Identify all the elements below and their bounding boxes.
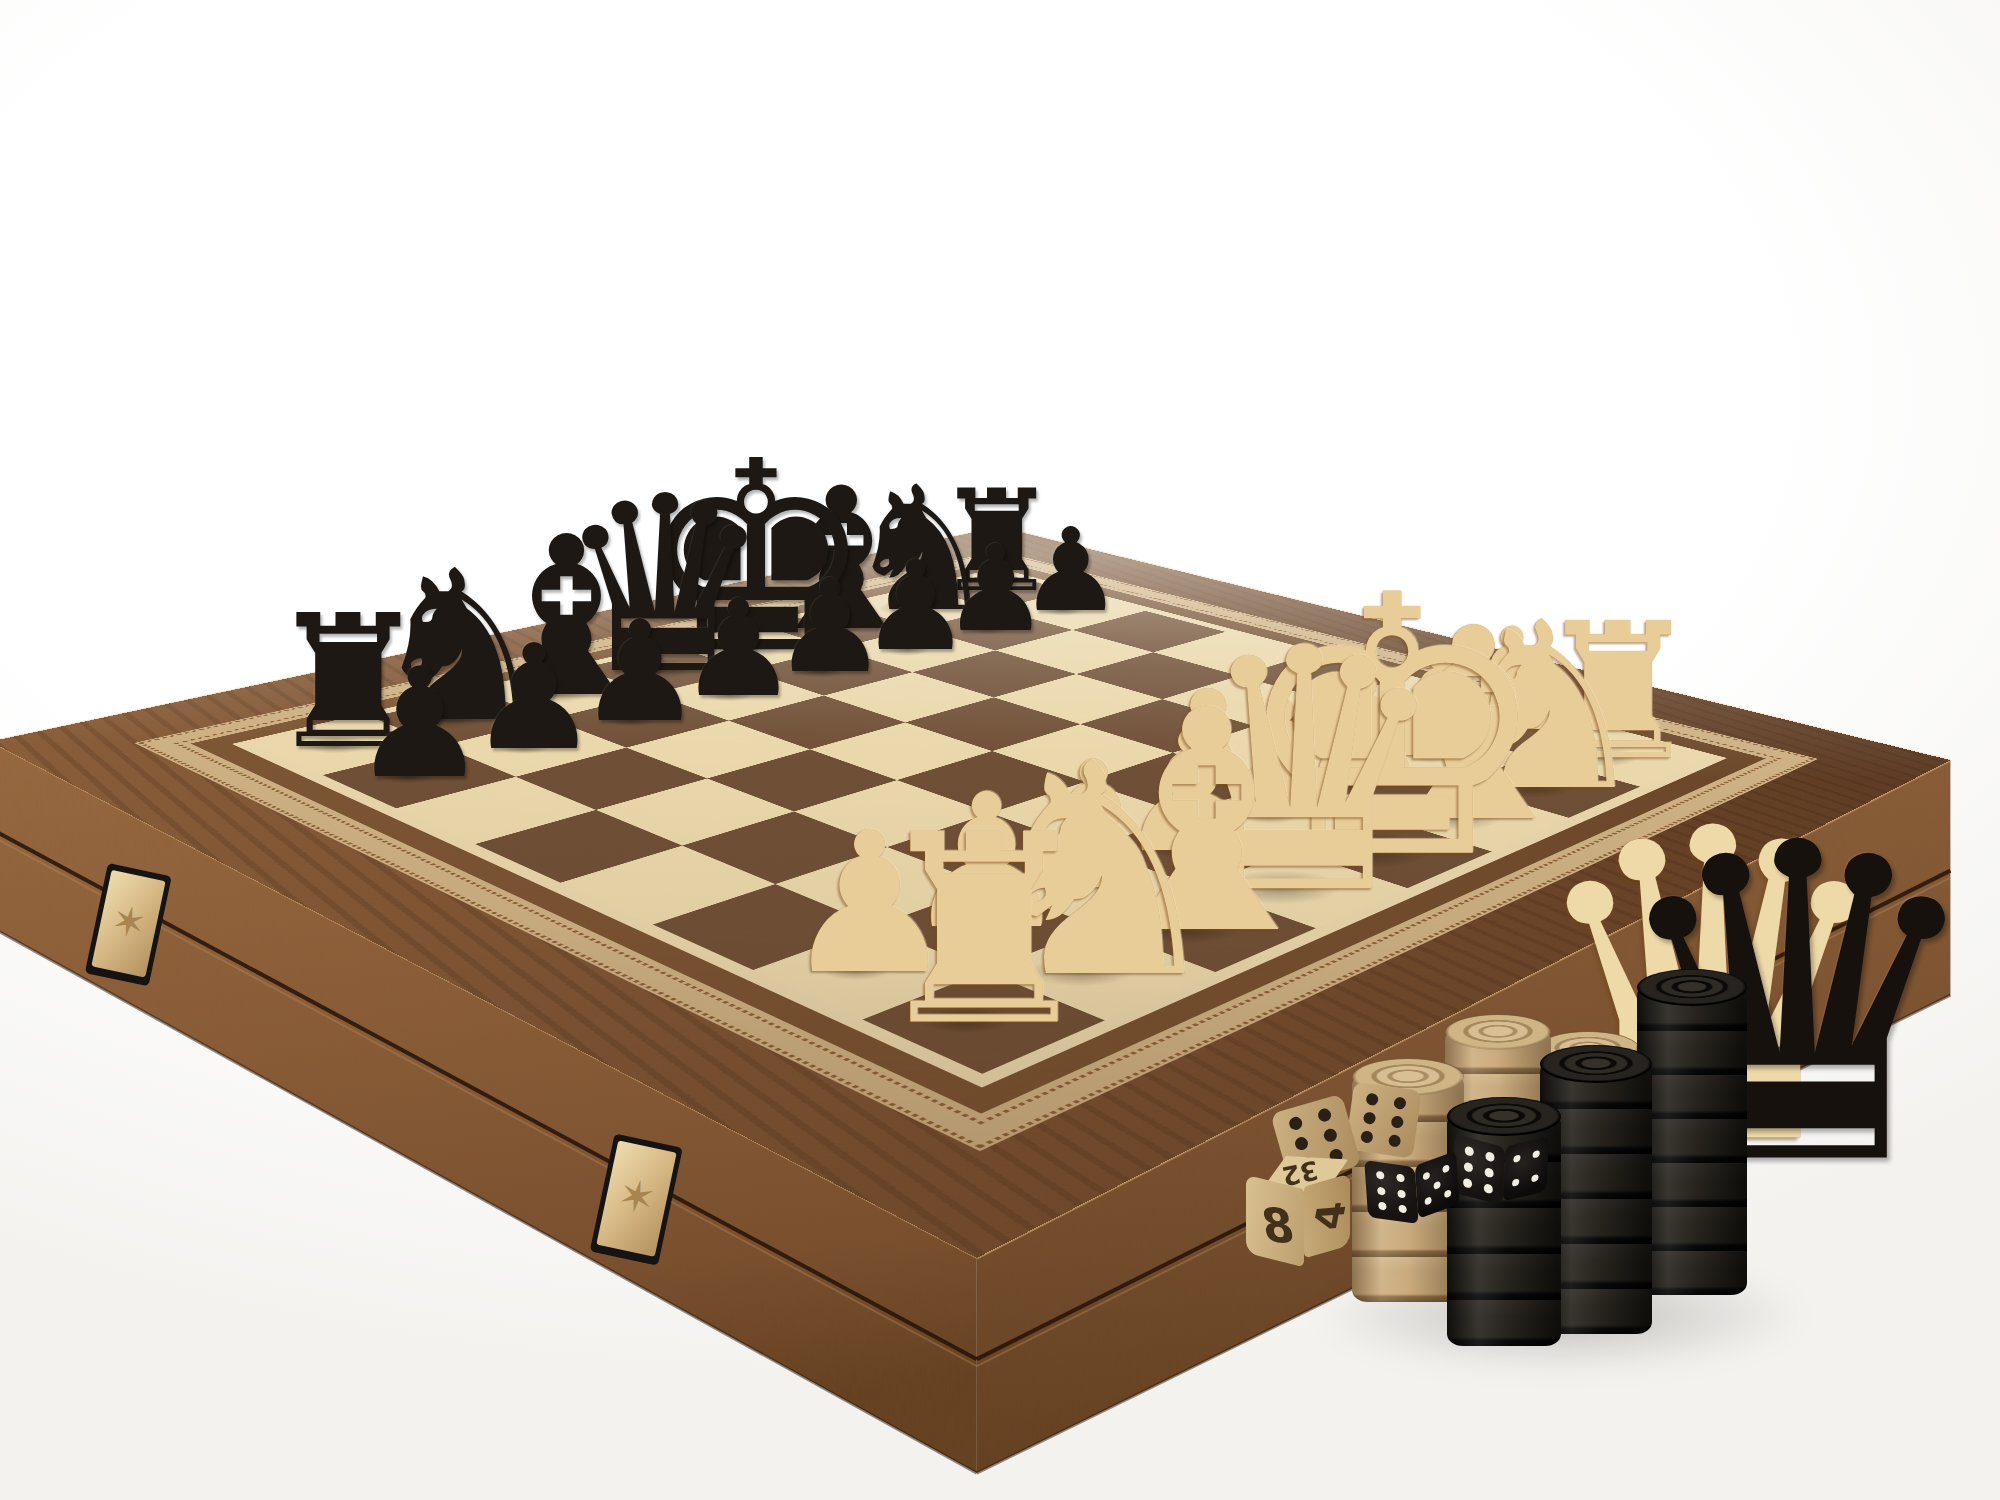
die-pip <box>1483 1183 1492 1194</box>
die-pip <box>1531 1174 1538 1183</box>
die-pip <box>1513 1155 1520 1164</box>
die-pip <box>1378 1202 1387 1211</box>
black-die <box>1364 1151 1464 1277</box>
black-die <box>1449 1132 1549 1259</box>
doubling-cube-left-face: 8 <box>1246 1175 1304 1267</box>
die-pip <box>1464 1162 1473 1173</box>
die-pip <box>1444 1189 1451 1198</box>
checker-stack-top-disc <box>1445 1014 1551 1050</box>
die-pip <box>1532 1150 1539 1159</box>
doubling-cube: 32 8 4 <box>1246 1156 1350 1288</box>
die-pip <box>1363 1111 1377 1125</box>
black-pawn-b7[interactable]: ♟ <box>469 625 599 770</box>
die-pip <box>1393 1096 1407 1110</box>
die-pip <box>1387 1134 1401 1148</box>
die-pip <box>1316 1107 1332 1123</box>
doubling-cube-face-4: 4 <box>1305 1200 1356 1232</box>
die-pip <box>1288 1116 1304 1132</box>
die-pip <box>1424 1197 1431 1206</box>
black-die-right-face <box>1414 1151 1459 1219</box>
die-pip <box>1484 1167 1493 1178</box>
die-pip <box>1376 1170 1385 1179</box>
die-pip <box>1390 1115 1404 1129</box>
black-die-left-face <box>1364 1160 1418 1224</box>
black-checker-stack-7-discs <box>1637 969 1747 1296</box>
die-pip <box>1463 1178 1472 1189</box>
die-pip <box>1442 1164 1449 1173</box>
checker-stack-top-disc <box>1540 1045 1652 1083</box>
die-pip <box>1485 1151 1494 1162</box>
checker-stack-side <box>1637 987 1747 1295</box>
die-pip <box>1465 1145 1474 1156</box>
black-die-right-face <box>1502 1136 1549 1201</box>
die-pip <box>1377 1186 1386 1195</box>
die-pip <box>1396 1173 1405 1182</box>
die-pip <box>1322 1127 1338 1143</box>
die-pip <box>1512 1179 1519 1188</box>
checker-stack-top-disc <box>1447 1097 1561 1136</box>
black-pawn-a7[interactable]: ♟ <box>351 648 487 800</box>
doubling-cube-right-face: 4 <box>1304 1173 1350 1258</box>
doubling-cube-face-8: 8 <box>1258 1197 1299 1255</box>
die-pip <box>1294 1135 1310 1151</box>
checker-stack-top-disc <box>1637 969 1747 1006</box>
black-die-left-face <box>1452 1134 1505 1206</box>
white-rook-a1[interactable]: ♜ <box>867 800 1101 1061</box>
die-pip <box>1398 1205 1407 1214</box>
die-pip <box>1397 1189 1406 1198</box>
die-pip <box>1433 1180 1440 1189</box>
product-photo-stage: ✶✶ ♜♞♝♛♚♝♞♜♟♟♟♟♟♟♟♟♟♟♟♟♟♟♟♟♜♞♝♛♚♝♞♜ 32 8… <box>0 0 2000 1500</box>
die-pip <box>1366 1093 1380 1107</box>
die-pip <box>1361 1130 1375 1144</box>
die-pip <box>1422 1171 1429 1180</box>
